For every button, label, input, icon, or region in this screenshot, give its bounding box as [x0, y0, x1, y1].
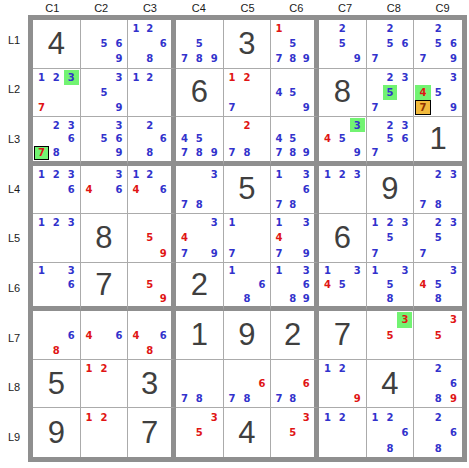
candidate-9[interactable]: 9 [207, 246, 222, 261]
cell-L8C7[interactable]: 129 [319, 360, 367, 409]
cell-L9C9[interactable]: 268 [414, 408, 462, 457]
candidate-6[interactable]: 6 [156, 182, 170, 197]
pencilmarks: 2378 [415, 167, 461, 213]
candidate-6[interactable]: 6 [299, 278, 313, 292]
candidate-8[interactable]: 8 [240, 391, 255, 406]
cell-L1C3[interactable]: 1268 [128, 20, 176, 69]
candidate-5[interactable]: 5 [335, 278, 350, 292]
candidate-4[interactable]: 4 [415, 278, 430, 292]
candidate-8[interactable]: 8 [192, 197, 207, 212]
candidate-5[interactable]: 5 [143, 230, 157, 245]
cell-L1C7[interactable]: 259 [319, 20, 367, 69]
candidate-3[interactable]: 3 [446, 167, 461, 182]
candidate-7[interactable]: 7 [272, 391, 286, 406]
candidate-3[interactable]: 3 [64, 70, 79, 85]
candidate-4[interactable]: 4 [129, 328, 143, 343]
cell-L2C7[interactable]: 8 [319, 69, 367, 118]
candidate-2[interactable]: 2 [49, 167, 64, 182]
candidate-1[interactable]: 1 [272, 264, 286, 278]
pencilmarks: 45789 [272, 118, 313, 160]
cell-L6C1[interactable]: 136 [33, 263, 81, 312]
candidate-2[interactable]: 2 [49, 70, 64, 85]
cell-L7C7[interactable]: 7 [319, 311, 367, 360]
candidate-9[interactable]: 9 [350, 391, 365, 406]
cell-L2C4[interactable]: 6 [176, 69, 224, 118]
candidate-8[interactable]: 8 [286, 146, 300, 160]
pencilmarks: 678 [225, 361, 270, 407]
cell-L4C1[interactable]: 1236 [33, 166, 81, 215]
candidate-6[interactable]: 6 [64, 132, 79, 146]
candidate-2[interactable]: 2 [240, 118, 255, 132]
candidate-8[interactable]: 8 [286, 197, 300, 212]
candidate-3[interactable]: 3 [207, 215, 222, 230]
candidate-5[interactable]: 5 [431, 85, 446, 100]
candidate-1[interactable]: 1 [225, 264, 240, 278]
candidate-2[interactable]: 2 [49, 118, 64, 132]
cell-L5C1[interactable]: 123 [33, 214, 81, 263]
candidate-2[interactable]: 2 [335, 361, 350, 376]
cell-L6C5[interactable]: 168 [224, 263, 272, 312]
pencilmarks: 13678 [272, 167, 313, 213]
candidate-7[interactable]: 7 [177, 197, 192, 212]
cell-L1C6[interactable]: 15789 [271, 20, 319, 69]
candidate-8[interactable]: 8 [383, 291, 398, 305]
candidate-6[interactable]: 6 [397, 132, 412, 146]
cell-L5C7[interactable]: 6 [319, 214, 367, 263]
candidate-7[interactable]: 7 [368, 100, 383, 115]
candidate-4[interactable]: 4 [415, 85, 430, 100]
candidate-4[interactable]: 4 [177, 132, 192, 146]
candidate-3[interactable]: 3 [111, 167, 126, 182]
candidate-5[interactable]: 5 [192, 425, 207, 441]
candidate-4[interactable]: 4 [272, 85, 286, 100]
candidate-8[interactable]: 8 [143, 146, 157, 160]
candidate-7[interactable]: 7 [272, 51, 286, 66]
candidate-1[interactable]: 1 [320, 409, 335, 425]
cell-L3C1[interactable]: 23678 [33, 117, 81, 166]
candidate-9[interactable]: 9 [207, 51, 222, 66]
candidate-5[interactable]: 5 [143, 278, 157, 292]
candidate-6[interactable]: 6 [111, 132, 126, 146]
candidate-6[interactable]: 6 [111, 36, 126, 51]
candidate-1[interactable]: 1 [320, 167, 335, 182]
candidate-9[interactable]: 9 [156, 291, 170, 305]
cell-L6C3[interactable]: 59 [128, 263, 176, 312]
candidate-1[interactable]: 1 [272, 21, 286, 36]
candidate-9[interactable]: 9 [446, 100, 461, 115]
candidate-9[interactable]: 9 [446, 51, 461, 66]
candidate-5[interactable]: 5 [97, 36, 112, 51]
candidate-8[interactable]: 8 [286, 391, 300, 406]
cell-L5C6[interactable]: 13479 [271, 214, 319, 263]
candidate-9[interactable]: 9 [299, 291, 313, 305]
candidate-4[interactable]: 4 [272, 230, 286, 245]
candidate-3[interactable]: 3 [446, 264, 461, 278]
candidate-4[interactable]: 4 [320, 132, 335, 146]
cell-L7C4[interactable]: 1 [176, 311, 224, 360]
candidate-4[interactable]: 4 [82, 182, 97, 197]
candidate-7[interactable]: 7 [225, 246, 240, 261]
candidate-9[interactable]: 9 [350, 146, 365, 160]
candidate-6[interactable]: 6 [156, 132, 170, 146]
candidate-8[interactable]: 8 [192, 51, 207, 66]
cell-L9C5[interactable]: 4 [224, 408, 272, 457]
candidate-3[interactable]: 3 [64, 215, 79, 230]
candidate-3[interactable]: 3 [446, 215, 461, 230]
cell-L7C6[interactable]: 2 [271, 311, 319, 360]
cell-L1C1[interactable]: 4 [33, 20, 81, 69]
candidate-2[interactable]: 2 [431, 215, 446, 230]
cell-L3C4[interactable]: 45789 [176, 117, 224, 166]
cell-L4C6[interactable]: 13678 [271, 166, 319, 215]
candidate-3[interactable]: 3 [350, 167, 365, 182]
cell-L6C2[interactable]: 7 [81, 263, 129, 312]
cell-L7C3[interactable]: 468 [128, 311, 176, 360]
cell-L3C9[interactable]: 1 [414, 117, 462, 166]
candidate-1[interactable]: 1 [129, 21, 143, 36]
candidate-1[interactable]: 1 [368, 409, 383, 425]
candidate-1[interactable]: 1 [320, 361, 335, 376]
candidate-5[interactable]: 5 [431, 278, 446, 292]
candidate-3[interactable]: 3 [397, 118, 412, 132]
candidate-1[interactable]: 1 [320, 264, 335, 278]
cell-L8C3[interactable]: 3 [128, 360, 176, 409]
candidate-5[interactable]: 5 [286, 425, 300, 441]
cell-L8C4[interactable]: 78 [176, 360, 224, 409]
pencilmarks: 45789 [177, 118, 222, 160]
cell-L6C6[interactable]: 13689 [271, 263, 319, 312]
candidate-8[interactable]: 8 [240, 291, 255, 305]
cell-L8C2[interactable]: 12 [81, 360, 129, 409]
candidate-2[interactable]: 2 [431, 167, 446, 182]
candidate-3[interactable]: 3 [299, 215, 313, 230]
candidate-4[interactable]: 4 [82, 328, 97, 343]
cell-L2C3[interactable]: 12 [128, 69, 176, 118]
cell-L6C8[interactable]: 1358 [367, 263, 415, 312]
candidate-2[interactable]: 2 [143, 70, 157, 85]
candidate-9[interactable]: 9 [446, 391, 461, 406]
candidate-8[interactable]: 8 [192, 146, 207, 160]
candidate-3[interactable]: 3 [64, 167, 79, 182]
candidate-2[interactable]: 2 [431, 361, 446, 376]
candidate-8[interactable]: 8 [240, 146, 255, 160]
cell-L7C9[interactable]: 35 [414, 311, 462, 360]
row-label-5: L5 [0, 214, 28, 264]
candidate-7[interactable]: 7 [225, 100, 240, 115]
cell-L7C8[interactable]: 35 [367, 311, 415, 360]
candidate-5[interactable]: 5 [383, 328, 398, 343]
cell-L3C3[interactable]: 268 [128, 117, 176, 166]
cell-L4C2[interactable]: 346 [81, 166, 129, 215]
candidate-1[interactable]: 1 [34, 167, 49, 182]
candidate-8[interactable]: 8 [431, 291, 446, 305]
candidate-1[interactable]: 1 [225, 70, 240, 85]
cell-L9C2[interactable]: 12 [81, 408, 129, 457]
candidate-9[interactable]: 9 [299, 246, 313, 261]
cell-L5C5[interactable]: 17 [224, 214, 272, 263]
candidate-7[interactable]: 7 [368, 51, 383, 66]
cell-L2C1[interactable]: 1237 [33, 69, 81, 118]
cell-L5C4[interactable]: 3479 [176, 214, 224, 263]
candidate-3[interactable]: 3 [64, 118, 79, 132]
candidate-8[interactable]: 8 [49, 343, 64, 358]
candidate-7[interactable]: 7 [272, 197, 286, 212]
candidate-5[interactable]: 5 [286, 132, 300, 146]
candidate-4[interactable]: 4 [272, 132, 286, 146]
candidate-3[interactable]: 3 [350, 264, 365, 278]
cell-L2C6[interactable]: 459 [271, 69, 319, 118]
cell-L8C6[interactable]: 678 [271, 360, 319, 409]
cell-L9C6[interactable]: 35 [271, 408, 319, 457]
candidate-8[interactable]: 8 [49, 146, 64, 160]
cell-L3C5[interactable]: 278 [224, 117, 272, 166]
candidate-7[interactable]: 7 [415, 197, 430, 212]
candidate-8[interactable]: 8 [192, 391, 207, 406]
cell-L4C4[interactable]: 378 [176, 166, 224, 215]
candidate-2[interactable]: 2 [335, 409, 350, 425]
candidate-8[interactable]: 8 [431, 391, 446, 406]
candidate-5[interactable]: 5 [431, 328, 446, 343]
candidate-6[interactable]: 6 [397, 425, 412, 441]
candidate-2[interactable]: 2 [431, 21, 446, 36]
cell-L3C8[interactable]: 23567 [367, 117, 415, 166]
candidate-3[interactable]: 3 [397, 264, 412, 278]
candidate-7[interactable]: 7 [272, 246, 286, 261]
cell-L1C8[interactable]: 2567 [367, 20, 415, 69]
candidate-3[interactable]: 3 [397, 312, 412, 327]
candidate-8[interactable]: 8 [383, 440, 398, 456]
candidate-6[interactable]: 6 [397, 36, 412, 51]
candidate-1[interactable]: 1 [34, 215, 49, 230]
candidate-1[interactable]: 1 [34, 70, 49, 85]
candidate-7[interactable]: 7 [177, 51, 192, 66]
candidate-9[interactable]: 9 [350, 51, 365, 66]
candidate-3[interactable]: 3 [111, 118, 126, 132]
candidate-7[interactable]: 7 [177, 391, 192, 406]
candidate-5[interactable]: 5 [192, 132, 207, 146]
candidate-6[interactable]: 6 [111, 328, 126, 343]
cell-L5C3[interactable]: 59 [128, 214, 176, 263]
candidate-9[interactable]: 9 [156, 246, 170, 261]
candidate-6[interactable]: 6 [299, 182, 313, 197]
cell-L7C2[interactable]: 46 [81, 311, 129, 360]
candidate-9[interactable]: 9 [207, 146, 222, 160]
candidate-1[interactable]: 1 [225, 215, 240, 230]
candidate-2[interactable]: 2 [383, 118, 398, 132]
candidate-6[interactable]: 6 [254, 376, 269, 391]
cell-L8C9[interactable]: 2689 [414, 360, 462, 409]
candidate-7[interactable]: 7 [225, 391, 240, 406]
candidate-8[interactable]: 8 [143, 51, 157, 66]
cell-L9C8[interactable]: 1268 [367, 408, 415, 457]
candidate-6[interactable]: 6 [446, 36, 461, 51]
cell-L1C2[interactable]: 569 [81, 20, 129, 69]
cell-L3C7[interactable]: 3459 [319, 117, 367, 166]
cell-L5C2[interactable]: 8 [81, 214, 129, 263]
candidate-1[interactable]: 1 [272, 215, 286, 230]
candidate-7[interactable]: 7 [415, 100, 430, 115]
big-digit: 6 [319, 214, 366, 262]
candidate-3[interactable]: 3 [207, 409, 222, 425]
candidate-9[interactable]: 9 [111, 100, 126, 115]
candidate-3[interactable]: 3 [350, 118, 365, 132]
candidate-2[interactable]: 2 [240, 70, 255, 85]
cell-L9C4[interactable]: 35 [176, 408, 224, 457]
cell-L6C7[interactable]: 1345 [319, 263, 367, 312]
candidate-2[interactable]: 2 [97, 409, 112, 425]
pencilmarks: 136 [34, 264, 79, 306]
candidate-5[interactable]: 5 [97, 85, 112, 100]
candidate-8[interactable]: 8 [431, 440, 446, 456]
candidate-1[interactable]: 1 [368, 264, 383, 278]
candidate-7[interactable]: 7 [272, 146, 286, 160]
candidate-5[interactable]: 5 [97, 132, 112, 146]
candidate-5[interactable]: 5 [431, 36, 446, 51]
candidate-7[interactable]: 7 [177, 246, 192, 261]
candidate-5[interactable]: 5 [192, 36, 207, 51]
candidate-6[interactable]: 6 [299, 376, 313, 391]
candidate-8[interactable]: 8 [286, 51, 300, 66]
candidate-6[interactable]: 6 [254, 278, 269, 292]
candidate-5[interactable]: 5 [335, 132, 350, 146]
candidate-9[interactable]: 9 [111, 51, 126, 66]
candidate-4[interactable]: 4 [177, 230, 192, 245]
big-digit: 5 [224, 166, 271, 214]
candidate-7[interactable]: 7 [368, 146, 383, 160]
cell-L2C5[interactable]: 127 [224, 69, 272, 118]
candidate-2[interactable]: 2 [335, 167, 350, 182]
cell-L4C9[interactable]: 2378 [414, 166, 462, 215]
candidate-5[interactable]: 5 [383, 36, 398, 51]
candidate-6[interactable]: 6 [64, 278, 79, 292]
cell-L5C8[interactable]: 12357 [367, 214, 415, 263]
cell-L7C1[interactable]: 68 [33, 311, 81, 360]
candidate-5[interactable]: 5 [383, 230, 398, 245]
candidate-6[interactable]: 6 [64, 328, 79, 343]
cell-L9C7[interactable]: 12 [319, 408, 367, 457]
candidate-3[interactable]: 3 [299, 167, 313, 182]
candidate-1[interactable]: 1 [82, 361, 97, 376]
candidate-8[interactable]: 8 [143, 343, 157, 358]
candidate-2[interactable]: 2 [335, 21, 350, 36]
candidate-4[interactable]: 4 [320, 278, 335, 292]
candidate-8[interactable]: 8 [431, 197, 446, 212]
candidate-1[interactable]: 1 [272, 167, 286, 182]
candidate-7[interactable]: 7 [415, 246, 430, 261]
candidate-7[interactable]: 7 [177, 146, 192, 160]
candidate-1[interactable]: 1 [82, 409, 97, 425]
candidate-2[interactable]: 2 [383, 215, 398, 230]
candidate-2[interactable]: 2 [97, 361, 112, 376]
candidate-5[interactable]: 5 [286, 85, 300, 100]
candidate-1[interactable]: 1 [34, 264, 49, 278]
candidate-1[interactable]: 1 [129, 167, 143, 182]
candidate-8[interactable]: 8 [286, 291, 300, 305]
candidate-5[interactable]: 5 [383, 85, 398, 100]
cell-L1C9[interactable]: 25679 [414, 20, 462, 69]
candidate-7[interactable]: 7 [34, 146, 49, 160]
cell-L4C3[interactable]: 1246 [128, 166, 176, 215]
cell-L4C5[interactable]: 5 [224, 166, 272, 215]
candidate-6[interactable]: 6 [111, 182, 126, 197]
cell-L1C4[interactable]: 5789 [176, 20, 224, 69]
cell-L8C1[interactable]: 5 [33, 360, 81, 409]
candidate-5[interactable]: 5 [335, 36, 350, 51]
cell-L9C1[interactable]: 9 [33, 408, 81, 457]
candidate-7[interactable]: 7 [368, 246, 383, 261]
candidate-5[interactable]: 5 [431, 230, 446, 245]
candidate-4[interactable]: 4 [129, 182, 143, 197]
cell-L9C3[interactable]: 7 [128, 408, 176, 457]
candidate-9[interactable]: 9 [299, 100, 313, 115]
candidate-3[interactable]: 3 [111, 70, 126, 85]
pencilmarks: 268 [415, 409, 461, 456]
candidate-2[interactable]: 2 [431, 409, 446, 425]
candidate-2[interactable]: 2 [143, 118, 157, 132]
cell-L4C8[interactable]: 9 [367, 166, 415, 215]
pencilmarks: 35 [368, 312, 413, 358]
candidate-7[interactable]: 7 [34, 100, 49, 115]
candidate-6[interactable]: 6 [156, 36, 170, 51]
candidate-5[interactable]: 5 [383, 132, 398, 146]
candidate-3[interactable]: 3 [397, 70, 412, 85]
cell-L2C8[interactable]: 2357 [367, 69, 415, 118]
candidate-3[interactable]: 3 [64, 264, 79, 278]
candidate-3[interactable]: 3 [446, 70, 461, 85]
candidate-9[interactable]: 9 [299, 51, 313, 66]
candidate-2[interactable]: 2 [383, 70, 398, 85]
candidate-3[interactable]: 3 [397, 215, 412, 230]
candidate-3[interactable]: 3 [207, 167, 222, 182]
candidate-1[interactable]: 1 [129, 70, 143, 85]
cell-L4C7[interactable]: 123 [319, 166, 367, 215]
candidate-2[interactable]: 2 [49, 215, 64, 230]
candidate-9[interactable]: 9 [299, 146, 313, 160]
candidate-6[interactable]: 6 [64, 182, 79, 197]
cell-L8C5[interactable]: 678 [224, 360, 272, 409]
candidate-5[interactable]: 5 [286, 36, 300, 51]
candidate-3[interactable]: 3 [446, 312, 461, 327]
candidate-2[interactable]: 2 [143, 167, 157, 182]
cell-L5C9[interactable]: 2357 [414, 214, 462, 263]
sudoku-board: 4569126857893157892592567256791237359126… [28, 15, 467, 462]
cell-L6C4[interactable]: 2 [176, 263, 224, 312]
candidate-2[interactable]: 2 [383, 409, 398, 425]
candidate-1[interactable]: 1 [368, 215, 383, 230]
cell-L2C9[interactable]: 34579 [414, 69, 462, 118]
cell-L6C9[interactable]: 3458 [414, 263, 462, 312]
candidate-2[interactable]: 2 [143, 21, 157, 36]
candidate-3[interactable]: 3 [299, 409, 313, 425]
candidate-5[interactable]: 5 [383, 278, 398, 292]
candidate-6[interactable]: 6 [446, 376, 461, 391]
candidate-6[interactable]: 6 [446, 425, 461, 441]
cell-L2C2[interactable]: 359 [81, 69, 129, 118]
cell-L1C5[interactable]: 3 [224, 20, 272, 69]
candidate-3[interactable]: 3 [299, 264, 313, 278]
candidate-7[interactable]: 7 [415, 51, 430, 66]
candidate-2[interactable]: 2 [383, 21, 398, 36]
cell-L7C5[interactable]: 9 [224, 311, 272, 360]
cell-L8C8[interactable]: 4 [367, 360, 415, 409]
candidate-9[interactable]: 9 [111, 146, 126, 160]
pencilmarks: 346 [82, 167, 127, 213]
cell-L3C6[interactable]: 45789 [271, 117, 319, 166]
candidate-7[interactable]: 7 [225, 146, 240, 160]
pencilmarks: 12 [320, 409, 365, 456]
candidate-6[interactable]: 6 [156, 328, 170, 343]
cell-L3C2[interactable]: 3569 [81, 117, 129, 166]
